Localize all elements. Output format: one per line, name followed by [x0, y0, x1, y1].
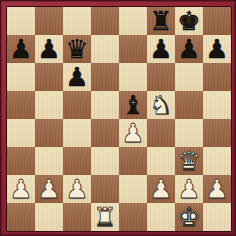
square-g7[interactable]: ♟	[175, 35, 203, 63]
piece-white-pawn[interactable]: ♟	[37, 175, 60, 203]
square-h3[interactable]	[203, 147, 231, 175]
piece-black-queen[interactable]: ♛	[65, 35, 88, 63]
square-f7[interactable]: ♟	[147, 35, 175, 63]
piece-white-king[interactable]: ♚	[177, 203, 200, 231]
square-e1[interactable]	[119, 203, 147, 231]
square-f5[interactable]: ♞	[147, 91, 175, 119]
square-b7[interactable]: ♟	[35, 35, 63, 63]
square-e4[interactable]: ♟	[119, 119, 147, 147]
square-b4[interactable]	[35, 119, 63, 147]
square-b6[interactable]	[35, 63, 63, 91]
square-a2[interactable]: ♟	[7, 175, 35, 203]
piece-black-pawn[interactable]: ♟	[177, 35, 200, 63]
square-d1[interactable]: ♜	[91, 203, 119, 231]
piece-black-rook[interactable]: ♜	[149, 7, 172, 35]
square-c3[interactable]	[63, 147, 91, 175]
square-h7[interactable]: ♟	[203, 35, 231, 63]
square-f4[interactable]	[147, 119, 175, 147]
square-f3[interactable]	[147, 147, 175, 175]
square-f8[interactable]: ♜	[147, 7, 175, 35]
piece-black-pawn[interactable]: ♟	[205, 35, 228, 63]
board-frame: ♜♚♟♟♛♟♟♟♟♝♞♟♛♟♟♟♟♟♟♜♚	[0, 0, 236, 236]
piece-black-pawn[interactable]: ♟	[37, 35, 60, 63]
square-c6[interactable]: ♟	[63, 63, 91, 91]
square-c1[interactable]	[63, 203, 91, 231]
square-g6[interactable]	[175, 63, 203, 91]
piece-black-pawn[interactable]: ♟	[65, 63, 88, 91]
piece-white-rook[interactable]: ♜	[93, 203, 116, 231]
square-b5[interactable]	[35, 91, 63, 119]
piece-white-pawn[interactable]: ♟	[121, 119, 144, 147]
square-a4[interactable]	[7, 119, 35, 147]
square-b1[interactable]	[35, 203, 63, 231]
square-e3[interactable]	[119, 147, 147, 175]
square-b3[interactable]	[35, 147, 63, 175]
square-h2[interactable]: ♟	[203, 175, 231, 203]
square-a5[interactable]	[7, 91, 35, 119]
square-c2[interactable]: ♟	[63, 175, 91, 203]
piece-white-pawn[interactable]: ♟	[177, 175, 200, 203]
square-c5[interactable]	[63, 91, 91, 119]
chess-board: ♜♚♟♟♛♟♟♟♟♝♞♟♛♟♟♟♟♟♟♜♚	[7, 7, 231, 231]
square-g2[interactable]: ♟	[175, 175, 203, 203]
square-d3[interactable]	[91, 147, 119, 175]
square-h6[interactable]	[203, 63, 231, 91]
square-a6[interactable]	[7, 63, 35, 91]
square-d4[interactable]	[91, 119, 119, 147]
piece-white-pawn[interactable]: ♟	[9, 175, 32, 203]
square-h1[interactable]	[203, 203, 231, 231]
piece-white-queen[interactable]: ♛	[177, 147, 200, 175]
square-a3[interactable]	[7, 147, 35, 175]
piece-white-pawn[interactable]: ♟	[65, 175, 88, 203]
square-g8[interactable]: ♚	[175, 7, 203, 35]
square-b8[interactable]	[35, 7, 63, 35]
piece-white-knight[interactable]: ♞	[149, 91, 172, 119]
piece-black-pawn[interactable]: ♟	[149, 35, 172, 63]
square-d5[interactable]	[91, 91, 119, 119]
piece-white-pawn[interactable]: ♟	[149, 175, 172, 203]
square-d7[interactable]	[91, 35, 119, 63]
square-e7[interactable]	[119, 35, 147, 63]
square-h5[interactable]	[203, 91, 231, 119]
square-d8[interactable]	[91, 7, 119, 35]
square-f1[interactable]	[147, 203, 175, 231]
square-e5[interactable]: ♝	[119, 91, 147, 119]
square-g1[interactable]: ♚	[175, 203, 203, 231]
square-g5[interactable]	[175, 91, 203, 119]
square-b2[interactable]: ♟	[35, 175, 63, 203]
square-c7[interactable]: ♛	[63, 35, 91, 63]
square-h8[interactable]	[203, 7, 231, 35]
square-e8[interactable]	[119, 7, 147, 35]
square-f6[interactable]	[147, 63, 175, 91]
square-h4[interactable]	[203, 119, 231, 147]
piece-black-bishop[interactable]: ♝	[121, 91, 144, 119]
square-c8[interactable]	[63, 7, 91, 35]
piece-black-pawn[interactable]: ♟	[9, 35, 32, 63]
square-c4[interactable]	[63, 119, 91, 147]
square-a1[interactable]	[7, 203, 35, 231]
square-g3[interactable]: ♛	[175, 147, 203, 175]
piece-white-pawn[interactable]: ♟	[205, 175, 228, 203]
piece-black-king[interactable]: ♚	[177, 7, 200, 35]
square-a7[interactable]: ♟	[7, 35, 35, 63]
square-d2[interactable]	[91, 175, 119, 203]
square-g4[interactable]	[175, 119, 203, 147]
square-a8[interactable]	[7, 7, 35, 35]
square-d6[interactable]	[91, 63, 119, 91]
square-e2[interactable]	[119, 175, 147, 203]
square-e6[interactable]	[119, 63, 147, 91]
square-f2[interactable]: ♟	[147, 175, 175, 203]
